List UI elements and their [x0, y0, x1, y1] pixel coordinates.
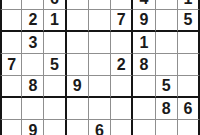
- cell-r8c7[interactable]: [133, 120, 155, 135]
- cell-r3c1[interactable]: [0, 10, 22, 32]
- cell-r3c9[interactable]: 5: [178, 10, 200, 32]
- cell-r2c3[interactable]: 6: [44, 0, 66, 10]
- cell-r4c5[interactable]: [89, 32, 111, 54]
- cell-r7c8[interactable]: 8: [156, 98, 178, 120]
- cell-r6c8[interactable]: 5: [156, 76, 178, 98]
- cell-r5c6[interactable]: 2: [111, 54, 133, 76]
- cell-r7c2[interactable]: [22, 98, 44, 120]
- cell-r4c9[interactable]: [178, 32, 200, 54]
- cell-r8c8[interactable]: [156, 120, 178, 135]
- cell-r8c1[interactable]: [0, 120, 22, 135]
- cell-r6c6[interactable]: [111, 76, 133, 98]
- cell-r4c6[interactable]: [111, 32, 133, 54]
- cell-r6c7[interactable]: [133, 76, 155, 98]
- cell-r7c6[interactable]: [111, 98, 133, 120]
- cell-r3c5[interactable]: [89, 10, 111, 32]
- cell-r6c9[interactable]: [178, 76, 200, 98]
- cell-r5c7[interactable]: 8: [133, 54, 155, 76]
- cell-r4c1[interactable]: [0, 32, 22, 54]
- cell-r8c5[interactable]: 6: [89, 120, 111, 135]
- cell-r3c7[interactable]: 9: [133, 10, 155, 32]
- cell-r2c5[interactable]: [89, 0, 111, 10]
- cell-r8c4[interactable]: [67, 120, 89, 135]
- cell-r7c3[interactable]: [44, 98, 66, 120]
- cell-r6c1[interactable]: [0, 76, 22, 98]
- cell-r2c7[interactable]: 4: [133, 0, 155, 10]
- cell-r6c4[interactable]: 9: [67, 76, 89, 98]
- sudoku-board: 641217953175288958696: [0, 0, 200, 135]
- cell-r4c2[interactable]: 3: [22, 32, 44, 54]
- cell-r2c8[interactable]: [156, 0, 178, 10]
- cell-r7c5[interactable]: [89, 98, 111, 120]
- cell-r2c1[interactable]: [0, 0, 22, 10]
- cell-r7c9[interactable]: 6: [178, 98, 200, 120]
- cell-r8c9[interactable]: [178, 120, 200, 135]
- cell-r5c3[interactable]: 5: [44, 54, 66, 76]
- cell-r8c3[interactable]: [44, 120, 66, 135]
- cell-r5c4[interactable]: [67, 54, 89, 76]
- cell-r2c2[interactable]: [22, 0, 44, 10]
- cell-r2c4[interactable]: [67, 0, 89, 10]
- cell-r4c8[interactable]: [156, 32, 178, 54]
- cell-r7c1[interactable]: [0, 98, 22, 120]
- cell-r6c3[interactable]: [44, 76, 66, 98]
- cell-r2c9[interactable]: 1: [178, 0, 200, 10]
- cell-r3c2[interactable]: 2: [22, 10, 44, 32]
- cell-r3c6[interactable]: 7: [111, 10, 133, 32]
- cell-r7c4[interactable]: [67, 98, 89, 120]
- cell-r5c8[interactable]: [156, 54, 178, 76]
- cell-r3c4[interactable]: [67, 10, 89, 32]
- cell-r5c1[interactable]: 7: [0, 54, 22, 76]
- cell-r5c5[interactable]: [89, 54, 111, 76]
- sudoku-grid: 641217953175288958696: [0, 0, 200, 135]
- cell-r3c3[interactable]: 1: [44, 10, 66, 32]
- cell-r6c2[interactable]: 8: [22, 76, 44, 98]
- cell-r8c6[interactable]: [111, 120, 133, 135]
- cell-r4c3[interactable]: [44, 32, 66, 54]
- cell-r4c4[interactable]: [67, 32, 89, 54]
- cell-r8c2[interactable]: 9: [22, 120, 44, 135]
- cell-r5c2[interactable]: [22, 54, 44, 76]
- cell-r7c7[interactable]: [133, 98, 155, 120]
- cell-r5c9[interactable]: [178, 54, 200, 76]
- cell-r3c8[interactable]: [156, 10, 178, 32]
- cell-r2c6[interactable]: [111, 0, 133, 10]
- cell-r6c5[interactable]: [89, 76, 111, 98]
- cell-r4c7[interactable]: 1: [133, 32, 155, 54]
